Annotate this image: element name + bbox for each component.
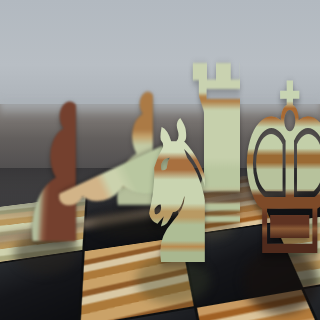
chess-photo-scene: ♟ ♜ ♟ ♟ ♞ ♚ xyxy=(0,0,320,320)
knight-piece: ♞ xyxy=(129,95,205,292)
king-piece: ♚ xyxy=(235,54,320,290)
